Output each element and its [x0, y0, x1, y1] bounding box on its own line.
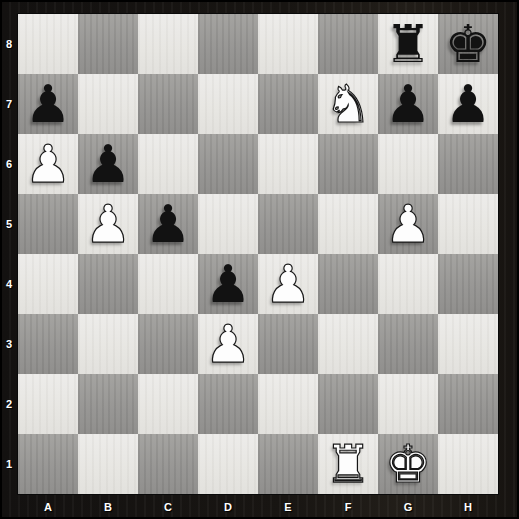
- square-c4[interactable]: [138, 254, 198, 314]
- square-e6[interactable]: [258, 134, 318, 194]
- square-b7[interactable]: [78, 74, 138, 134]
- square-b4[interactable]: [78, 254, 138, 314]
- square-g5[interactable]: ♟: [378, 194, 438, 254]
- square-g1[interactable]: ♚: [378, 434, 438, 494]
- square-c3[interactable]: [138, 314, 198, 374]
- square-d8[interactable]: [198, 14, 258, 74]
- white-king[interactable]: ♚: [385, 434, 432, 494]
- file-label-g: G: [378, 494, 438, 519]
- square-f3[interactable]: [318, 314, 378, 374]
- square-d2[interactable]: [198, 374, 258, 434]
- square-e4[interactable]: ♟: [258, 254, 318, 314]
- square-g2[interactable]: [378, 374, 438, 434]
- square-h1[interactable]: [438, 434, 498, 494]
- rank-label-4: 4: [0, 254, 18, 314]
- square-g6[interactable]: [378, 134, 438, 194]
- square-f7[interactable]: ♞: [318, 74, 378, 134]
- white-pawn[interactable]: ♟: [385, 194, 432, 254]
- square-f5[interactable]: [318, 194, 378, 254]
- square-a4[interactable]: [18, 254, 78, 314]
- white-pawn[interactable]: ♟: [25, 134, 72, 194]
- white-pawn[interactable]: ♟: [205, 314, 252, 374]
- file-label-b: B: [78, 494, 138, 519]
- square-b2[interactable]: [78, 374, 138, 434]
- square-f6[interactable]: [318, 134, 378, 194]
- square-d6[interactable]: [198, 134, 258, 194]
- board: ♜♚♟♞♟♟♟♟♟♟♟♟♟♟♜♚: [18, 14, 498, 494]
- square-c7[interactable]: [138, 74, 198, 134]
- square-d4[interactable]: ♟: [198, 254, 258, 314]
- square-g8[interactable]: ♜: [378, 14, 438, 74]
- black-pawn[interactable]: ♟: [85, 134, 132, 194]
- black-pawn[interactable]: ♟: [25, 74, 72, 134]
- square-a1[interactable]: [18, 434, 78, 494]
- white-knight[interactable]: ♞: [325, 74, 372, 134]
- square-a8[interactable]: [18, 14, 78, 74]
- square-h4[interactable]: [438, 254, 498, 314]
- square-c5[interactable]: ♟: [138, 194, 198, 254]
- square-c1[interactable]: [138, 434, 198, 494]
- square-f2[interactable]: [318, 374, 378, 434]
- square-e7[interactable]: [258, 74, 318, 134]
- rank-label-8: 8: [0, 14, 18, 74]
- square-a6[interactable]: ♟: [18, 134, 78, 194]
- square-a2[interactable]: [18, 374, 78, 434]
- square-e8[interactable]: [258, 14, 318, 74]
- square-e1[interactable]: [258, 434, 318, 494]
- black-king[interactable]: ♚: [445, 14, 492, 74]
- rank-label-3: 3: [0, 314, 18, 374]
- square-b6[interactable]: ♟: [78, 134, 138, 194]
- rank-label-5: 5: [0, 194, 18, 254]
- file-label-a: A: [18, 494, 78, 519]
- square-c2[interactable]: [138, 374, 198, 434]
- file-label-c: C: [138, 494, 198, 519]
- square-e2[interactable]: [258, 374, 318, 434]
- square-a5[interactable]: [18, 194, 78, 254]
- square-b1[interactable]: [78, 434, 138, 494]
- square-e5[interactable]: [258, 194, 318, 254]
- square-d5[interactable]: [198, 194, 258, 254]
- file-label-e: E: [258, 494, 318, 519]
- square-b5[interactable]: ♟: [78, 194, 138, 254]
- square-f8[interactable]: [318, 14, 378, 74]
- square-g3[interactable]: [378, 314, 438, 374]
- black-pawn[interactable]: ♟: [145, 194, 192, 254]
- rank-label-6: 6: [0, 134, 18, 194]
- square-d1[interactable]: [198, 434, 258, 494]
- file-label-h: H: [438, 494, 498, 519]
- square-g4[interactable]: [378, 254, 438, 314]
- rank-label-2: 2: [0, 374, 18, 434]
- square-h6[interactable]: [438, 134, 498, 194]
- black-rook[interactable]: ♜: [385, 14, 432, 74]
- square-h2[interactable]: [438, 374, 498, 434]
- square-b3[interactable]: [78, 314, 138, 374]
- square-b8[interactable]: [78, 14, 138, 74]
- square-h8[interactable]: ♚: [438, 14, 498, 74]
- square-f1[interactable]: ♜: [318, 434, 378, 494]
- square-a3[interactable]: [18, 314, 78, 374]
- black-pawn[interactable]: ♟: [445, 74, 492, 134]
- chessboard-frame: ♜♚♟♞♟♟♟♟♟♟♟♟♟♟♜♚ 87654321 ABCDEFGH: [0, 0, 519, 519]
- white-pawn[interactable]: ♟: [265, 254, 312, 314]
- square-d7[interactable]: [198, 74, 258, 134]
- square-e3[interactable]: [258, 314, 318, 374]
- square-a7[interactable]: ♟: [18, 74, 78, 134]
- square-c6[interactable]: [138, 134, 198, 194]
- square-h5[interactable]: [438, 194, 498, 254]
- rank-label-7: 7: [0, 74, 18, 134]
- white-pawn[interactable]: ♟: [85, 194, 132, 254]
- square-g7[interactable]: ♟: [378, 74, 438, 134]
- white-rook[interactable]: ♜: [325, 434, 372, 494]
- square-d3[interactable]: ♟: [198, 314, 258, 374]
- file-label-d: D: [198, 494, 258, 519]
- black-pawn[interactable]: ♟: [385, 74, 432, 134]
- square-h7[interactable]: ♟: [438, 74, 498, 134]
- rank-label-1: 1: [0, 434, 18, 494]
- square-c8[interactable]: [138, 14, 198, 74]
- square-h3[interactable]: [438, 314, 498, 374]
- square-f4[interactable]: [318, 254, 378, 314]
- file-label-f: F: [318, 494, 378, 519]
- black-pawn[interactable]: ♟: [205, 254, 252, 314]
